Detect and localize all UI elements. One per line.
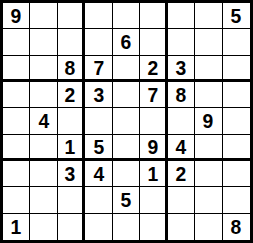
sudoku-cell-empty-r6c9[interactable] xyxy=(223,135,250,161)
sudoku-cell-empty-r8c1[interactable] xyxy=(3,187,30,213)
sudoku-puzzle: 956872323784915943412518 xyxy=(0,0,253,243)
sudoku-cell-empty-r4c1[interactable] xyxy=(3,82,30,108)
digit-glyph: 3 xyxy=(175,57,186,78)
sudoku-cell-empty-r7c9[interactable] xyxy=(223,161,250,187)
sudoku-cell-empty-r8c3[interactable] xyxy=(58,187,85,213)
digit-glyph: 4 xyxy=(93,163,104,184)
sudoku-cell-empty-r9c3[interactable] xyxy=(58,214,85,240)
sudoku-cell-empty-r2c4[interactable] xyxy=(85,29,112,55)
digit-glyph: 8 xyxy=(65,57,76,78)
digit-glyph: 3 xyxy=(65,163,76,184)
digit-glyph: 1 xyxy=(147,163,158,184)
sudoku-cell-empty-r6c1[interactable] xyxy=(3,135,30,161)
sudoku-cell-empty-r9c6[interactable] xyxy=(140,214,167,240)
sudoku-cell-empty-r2c9[interactable] xyxy=(223,29,250,55)
digit-glyph: 5 xyxy=(121,189,132,210)
digit-glyph: 1 xyxy=(11,216,22,237)
digit-glyph: 1 xyxy=(65,136,76,157)
sudoku-cell-empty-r2c7[interactable] xyxy=(168,29,195,55)
sudoku-cell-empty-r4c9[interactable] xyxy=(223,82,250,108)
sudoku-cell-empty-r2c2[interactable] xyxy=(30,29,57,55)
sudoku-cell-empty-r1c8[interactable] xyxy=(195,3,222,29)
sudoku-cell-empty-r4c2[interactable] xyxy=(30,82,57,108)
sudoku-cell-empty-r3c9[interactable] xyxy=(223,56,250,82)
sudoku-cell-empty-r3c8[interactable] xyxy=(195,56,222,82)
sudoku-cell-empty-r4c8[interactable] xyxy=(195,82,222,108)
sudoku-cell-given-r2c5[interactable]: 6 xyxy=(113,29,140,55)
sudoku-cell-empty-r1c6[interactable] xyxy=(140,3,167,29)
sudoku-cell-given-r4c4[interactable]: 3 xyxy=(85,82,112,108)
sudoku-cell-given-r7c7[interactable]: 2 xyxy=(168,161,195,187)
sudoku-cell-empty-r8c6[interactable] xyxy=(140,187,167,213)
sudoku-cell-empty-r3c2[interactable] xyxy=(30,56,57,82)
sudoku-cell-given-r9c1[interactable]: 1 xyxy=(3,214,30,240)
sudoku-cell-empty-r7c5[interactable] xyxy=(113,161,140,187)
digit-glyph: 9 xyxy=(147,136,158,157)
digit-glyph: 6 xyxy=(121,31,132,52)
digit-glyph: 5 xyxy=(231,5,242,26)
sudoku-cell-empty-r8c4[interactable] xyxy=(85,187,112,213)
sudoku-cell-empty-r7c8[interactable] xyxy=(195,161,222,187)
sudoku-cell-empty-r4c5[interactable] xyxy=(113,82,140,108)
sudoku-cell-empty-r1c2[interactable] xyxy=(30,3,57,29)
sudoku-cell-empty-r6c8[interactable] xyxy=(195,135,222,161)
sudoku-cell-given-r3c3[interactable]: 8 xyxy=(58,56,85,82)
sudoku-cell-given-r4c3[interactable]: 2 xyxy=(58,82,85,108)
sudoku-cell-given-r3c6[interactable]: 2 xyxy=(140,56,167,82)
sudoku-cell-empty-r9c5[interactable] xyxy=(113,214,140,240)
sudoku-cell-empty-r5c3[interactable] xyxy=(58,108,85,134)
digit-glyph: 5 xyxy=(93,136,104,157)
sudoku-cell-given-r1c1[interactable]: 9 xyxy=(3,3,30,29)
sudoku-cell-empty-r1c4[interactable] xyxy=(85,3,112,29)
digit-glyph: 8 xyxy=(175,84,186,105)
digit-glyph: 2 xyxy=(175,163,186,184)
sudoku-cell-empty-r8c7[interactable] xyxy=(168,187,195,213)
sudoku-cell-empty-r9c8[interactable] xyxy=(195,214,222,240)
sudoku-cell-empty-r9c2[interactable] xyxy=(30,214,57,240)
sudoku-cell-empty-r8c8[interactable] xyxy=(195,187,222,213)
digit-glyph: 2 xyxy=(65,84,76,105)
sudoku-cell-given-r3c7[interactable]: 3 xyxy=(168,56,195,82)
sudoku-cell-given-r6c4[interactable]: 5 xyxy=(85,135,112,161)
sudoku-cell-empty-r7c1[interactable] xyxy=(3,161,30,187)
sudoku-cell-given-r7c3[interactable]: 3 xyxy=(58,161,85,187)
sudoku-cell-empty-r9c4[interactable] xyxy=(85,214,112,240)
sudoku-cell-given-r4c6[interactable]: 7 xyxy=(140,82,167,108)
sudoku-cell-empty-r1c5[interactable] xyxy=(113,3,140,29)
sudoku-cell-empty-r5c9[interactable] xyxy=(223,108,250,134)
sudoku-cell-empty-r8c2[interactable] xyxy=(30,187,57,213)
sudoku-cell-given-r7c4[interactable]: 4 xyxy=(85,161,112,187)
sudoku-cell-given-r6c3[interactable]: 1 xyxy=(58,135,85,161)
sudoku-cell-given-r7c6[interactable]: 1 xyxy=(140,161,167,187)
sudoku-cell-empty-r3c1[interactable] xyxy=(3,56,30,82)
sudoku-cell-empty-r2c3[interactable] xyxy=(58,29,85,55)
sudoku-cell-empty-r2c6[interactable] xyxy=(140,29,167,55)
digit-glyph: 3 xyxy=(93,84,104,105)
sudoku-cell-empty-r6c5[interactable] xyxy=(113,135,140,161)
digit-glyph: 9 xyxy=(203,110,214,131)
sudoku-cell-given-r3c4[interactable]: 7 xyxy=(85,56,112,82)
sudoku-cell-given-r4c7[interactable]: 8 xyxy=(168,82,195,108)
sudoku-cell-empty-r5c5[interactable] xyxy=(113,108,140,134)
sudoku-cell-empty-r2c8[interactable] xyxy=(195,29,222,55)
sudoku-cell-given-r6c7[interactable]: 4 xyxy=(168,135,195,161)
digit-glyph: 9 xyxy=(11,5,22,26)
sudoku-cell-empty-r7c2[interactable] xyxy=(30,161,57,187)
sudoku-cell-empty-r9c7[interactable] xyxy=(168,214,195,240)
sudoku-cell-empty-r8c9[interactable] xyxy=(223,187,250,213)
digit-glyph: 7 xyxy=(93,57,104,78)
sudoku-cell-empty-r6c2[interactable] xyxy=(30,135,57,161)
sudoku-cell-given-r5c2[interactable]: 4 xyxy=(30,108,57,134)
sudoku-cell-given-r6c6[interactable]: 9 xyxy=(140,135,167,161)
sudoku-board: 956872323784915943412518 xyxy=(0,0,253,243)
sudoku-cell-empty-r3c5[interactable] xyxy=(113,56,140,82)
sudoku-cell-empty-r5c6[interactable] xyxy=(140,108,167,134)
digit-glyph: 7 xyxy=(147,84,158,105)
sudoku-cell-empty-r1c3[interactable] xyxy=(58,3,85,29)
digit-glyph: 4 xyxy=(175,136,186,157)
digit-glyph: 4 xyxy=(38,110,49,131)
sudoku-cell-empty-r2c1[interactable] xyxy=(3,29,30,55)
sudoku-cell-given-r1c9[interactable]: 5 xyxy=(223,3,250,29)
sudoku-cell-empty-r5c1[interactable] xyxy=(3,108,30,134)
sudoku-cell-empty-r5c4[interactable] xyxy=(85,108,112,134)
sudoku-cell-empty-r5c7[interactable] xyxy=(168,108,195,134)
sudoku-cell-given-r8c5[interactable]: 5 xyxy=(113,187,140,213)
digit-glyph: 2 xyxy=(147,57,158,78)
sudoku-cell-given-r9c9[interactable]: 8 xyxy=(223,214,250,240)
sudoku-cell-given-r5c8[interactable]: 9 xyxy=(195,108,222,134)
digit-glyph: 8 xyxy=(231,216,242,237)
sudoku-cell-empty-r1c7[interactable] xyxy=(168,3,195,29)
